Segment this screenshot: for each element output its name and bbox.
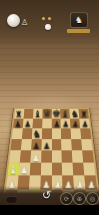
square-c5[interactable]: ♟ <box>31 139 42 150</box>
piece-black-pawn[interactable]: ♟ <box>23 120 33 128</box>
square-f8[interactable]: ♝ <box>61 109 71 118</box>
board-scene: ♜♝♛♚♝♞♜♟♟♟♟♟♟♞♟♟♟♝♟♟♟♟♟♟♟♜♞♛♚♝♞♜ <box>0 46 99 186</box>
square-d4[interactable] <box>41 150 52 162</box>
square-d3[interactable] <box>41 163 52 176</box>
rotate-view-button[interactable]: ⟳ <box>60 192 73 205</box>
square-e5[interactable] <box>52 139 62 150</box>
chess-3d-app: ♙ ♞ ♜♝♛♚♝♞♜♟♟♟♟♟♟♞♟♟♟♝♟♟♟♟♟♟♟♜♞♛♚♝♞♜ ↺ ⟳… <box>0 0 99 215</box>
piece-black-king[interactable]: ♚ <box>52 108 61 118</box>
back-button[interactable] <box>6 197 17 203</box>
top-player-bar: ♙ ♞ <box>0 0 99 46</box>
square-e4[interactable] <box>52 150 63 162</box>
piece-black-bishop[interactable]: ♝ <box>61 109 70 118</box>
undo-icon[interactable]: ↺ <box>42 190 51 201</box>
square-h6[interactable] <box>80 128 91 139</box>
square-e6[interactable] <box>52 128 62 139</box>
piece-black-knight[interactable]: ♞ <box>70 109 79 118</box>
piece-black-bishop[interactable]: ♝ <box>33 109 42 118</box>
piece-black-pawn[interactable]: ♟ <box>61 120 71 128</box>
square-d6[interactable] <box>42 128 52 139</box>
square-e8[interactable]: ♚ <box>52 109 61 118</box>
camera-view-button[interactable]: ◎ <box>86 192 99 205</box>
square-f6[interactable] <box>61 128 71 139</box>
square-h5[interactable] <box>81 139 92 150</box>
black-player-name <box>67 29 90 33</box>
home-strip <box>0 205 99 215</box>
square-b5[interactable] <box>21 139 32 150</box>
square-c8[interactable]: ♝ <box>33 109 43 118</box>
piece-black-pawn[interactable]: ♟ <box>80 120 90 128</box>
black-player-avatar[interactable]: ♞ <box>70 12 88 28</box>
square-d7[interactable] <box>42 118 52 128</box>
square-c6[interactable]: ♞ <box>32 128 42 139</box>
captured-piece-icon <box>45 24 51 30</box>
piece-white-pawn[interactable]: ♟ <box>19 166 30 175</box>
square-c7[interactable] <box>32 118 42 128</box>
white-pawn-icon: ♙ <box>21 19 28 27</box>
piece-black-pawn[interactable]: ♟ <box>31 142 41 151</box>
score-dots <box>42 17 56 20</box>
square-f7[interactable]: ♟ <box>61 118 71 128</box>
piece-white-bishop[interactable]: ♝ <box>8 164 19 175</box>
rotate-icon: ⟳ <box>64 196 69 202</box>
piece-black-pawn[interactable]: ♟ <box>41 142 51 151</box>
square-f3[interactable] <box>62 163 73 176</box>
camera-icon: ◎ <box>90 196 95 202</box>
square-f5[interactable] <box>61 139 72 150</box>
white-player-avatar[interactable] <box>7 14 20 27</box>
piece-black-rook[interactable]: ♜ <box>79 110 88 119</box>
piece-black-rook[interactable]: ♜ <box>14 110 23 119</box>
square-h3[interactable] <box>83 163 95 176</box>
zoom-button[interactable]: ⊕ <box>73 192 86 205</box>
square-c3[interactable] <box>30 163 41 176</box>
square-a8[interactable]: ♜ <box>14 109 24 118</box>
square-g7[interactable]: ♟ <box>70 118 80 128</box>
black-avatar-knight-icon: ♞ <box>75 16 83 25</box>
square-h7[interactable]: ♟ <box>79 118 89 128</box>
square-b7[interactable]: ♟ <box>23 118 33 128</box>
square-d8[interactable]: ♛ <box>42 109 51 118</box>
square-e7[interactable]: ♟ <box>52 118 62 128</box>
square-b3[interactable]: ♟ <box>19 163 31 176</box>
square-f4[interactable] <box>62 150 73 162</box>
square-g8[interactable]: ♞ <box>70 109 80 118</box>
piece-black-pawn[interactable]: ♟ <box>71 120 81 128</box>
square-d5[interactable]: ♟ <box>41 139 51 150</box>
square-c4[interactable]: ♟ <box>30 150 41 162</box>
square-h8[interactable]: ♜ <box>79 109 89 118</box>
piece-white-pawn[interactable]: ♟ <box>30 154 41 163</box>
square-b4[interactable] <box>20 150 31 162</box>
piece-black-queen[interactable]: ♛ <box>42 108 51 118</box>
square-h4[interactable] <box>82 150 94 162</box>
piece-black-pawn[interactable]: ♟ <box>52 120 62 128</box>
zoom-icon: ⊕ <box>77 196 82 202</box>
piece-black-knight[interactable]: ♞ <box>32 129 42 139</box>
square-e3[interactable] <box>52 163 63 176</box>
piece-black-pawn[interactable]: ♟ <box>13 120 23 128</box>
